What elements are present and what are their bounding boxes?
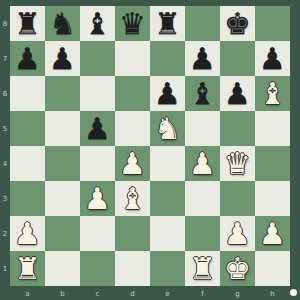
square-a1[interactable]: ♜	[10, 251, 45, 286]
square-d1[interactable]	[115, 251, 150, 286]
square-c5[interactable]: ♟	[80, 111, 115, 146]
file-label-e: e	[150, 287, 185, 300]
white-pawn-g2[interactable]: ♟	[220, 216, 255, 251]
black-pawn-g6[interactable]: ♟	[220, 76, 255, 111]
white-rook-f1[interactable]: ♜	[185, 251, 220, 286]
square-d2[interactable]	[115, 216, 150, 251]
rank-label-8: 8	[0, 6, 10, 41]
chess-board: ♜♞♝♛♜♚♟♟♟♟♟♝♟♝♟♞♟♟♛♟♝♟♟♟♜♜♚	[10, 6, 290, 286]
square-e7[interactable]	[150, 41, 185, 76]
square-h7[interactable]: ♟	[255, 41, 290, 76]
square-f1[interactable]: ♜	[185, 251, 220, 286]
square-g6[interactable]: ♟	[220, 76, 255, 111]
square-e5[interactable]: ♞	[150, 111, 185, 146]
square-d4[interactable]: ♟	[115, 146, 150, 181]
rank-label-6: 6	[0, 76, 10, 111]
square-d5[interactable]	[115, 111, 150, 146]
square-e2[interactable]	[150, 216, 185, 251]
square-a3[interactable]	[10, 181, 45, 216]
square-h6[interactable]: ♝	[255, 76, 290, 111]
square-c8[interactable]: ♝	[80, 6, 115, 41]
turn-indicator-dot	[290, 289, 297, 296]
square-e1[interactable]	[150, 251, 185, 286]
rank-label-3: 3	[0, 181, 10, 216]
square-b6[interactable]	[45, 76, 80, 111]
white-pawn-a2[interactable]: ♟	[10, 216, 45, 251]
square-g5[interactable]	[220, 111, 255, 146]
rank-label-1: 1	[0, 251, 10, 286]
square-d8[interactable]: ♛	[115, 6, 150, 41]
white-pawn-d4[interactable]: ♟	[115, 146, 150, 181]
square-h3[interactable]	[255, 181, 290, 216]
file-label-h: h	[255, 287, 290, 300]
white-knight-e5[interactable]: ♞	[150, 111, 185, 146]
square-c6[interactable]	[80, 76, 115, 111]
square-h8[interactable]	[255, 6, 290, 41]
square-a5[interactable]	[10, 111, 45, 146]
black-rook-a8[interactable]: ♜	[10, 6, 45, 41]
black-rook-e8[interactable]: ♜	[150, 6, 185, 41]
white-queen-g4[interactable]: ♛	[220, 146, 255, 181]
square-f2[interactable]	[185, 216, 220, 251]
square-a2[interactable]: ♟	[10, 216, 45, 251]
square-h1[interactable]	[255, 251, 290, 286]
square-e4[interactable]	[150, 146, 185, 181]
square-f3[interactable]	[185, 181, 220, 216]
file-label-d: d	[115, 287, 150, 300]
black-bishop-f6[interactable]: ♝	[185, 76, 220, 111]
file-label-f: f	[185, 287, 220, 300]
white-bishop-d3[interactable]: ♝	[115, 181, 150, 216]
file-label-g: g	[220, 287, 255, 300]
file-label-c: c	[80, 287, 115, 300]
square-f8[interactable]	[185, 6, 220, 41]
white-bishop-h6[interactable]: ♝	[255, 76, 290, 111]
square-b7[interactable]: ♟	[45, 41, 80, 76]
square-d3[interactable]: ♝	[115, 181, 150, 216]
black-knight-b8[interactable]: ♞	[45, 6, 80, 41]
square-c1[interactable]	[80, 251, 115, 286]
square-a4[interactable]	[10, 146, 45, 181]
white-king-g1[interactable]: ♚	[220, 251, 255, 286]
white-pawn-f4[interactable]: ♟	[185, 146, 220, 181]
square-g1[interactable]: ♚	[220, 251, 255, 286]
black-pawn-a7[interactable]: ♟	[10, 41, 45, 76]
white-pawn-h2[interactable]: ♟	[255, 216, 290, 251]
square-e6[interactable]: ♟	[150, 76, 185, 111]
square-f5[interactable]	[185, 111, 220, 146]
rank-label-4: 4	[0, 146, 10, 181]
square-g8[interactable]: ♚	[220, 6, 255, 41]
square-b5[interactable]	[45, 111, 80, 146]
square-c7[interactable]	[80, 41, 115, 76]
file-label-a: a	[10, 287, 45, 300]
black-pawn-b7[interactable]: ♟	[45, 41, 80, 76]
square-h4[interactable]	[255, 146, 290, 181]
black-pawn-e6[interactable]: ♟	[150, 76, 185, 111]
square-g2[interactable]: ♟	[220, 216, 255, 251]
square-b2[interactable]	[45, 216, 80, 251]
white-rook-a1[interactable]: ♜	[10, 251, 45, 286]
square-h2[interactable]: ♟	[255, 216, 290, 251]
rank-label-5: 5	[0, 111, 10, 146]
black-pawn-h7[interactable]: ♟	[255, 41, 290, 76]
black-bishop-c8[interactable]: ♝	[80, 6, 115, 41]
square-b8[interactable]: ♞	[45, 6, 80, 41]
square-d6[interactable]	[115, 76, 150, 111]
square-g7[interactable]	[220, 41, 255, 76]
square-c3[interactable]: ♟	[80, 181, 115, 216]
square-c4[interactable]	[80, 146, 115, 181]
black-pawn-c5[interactable]: ♟	[80, 111, 115, 146]
square-f6[interactable]: ♝	[185, 76, 220, 111]
square-e8[interactable]: ♜	[150, 6, 185, 41]
rank-label-7: 7	[0, 41, 10, 76]
square-b4[interactable]	[45, 146, 80, 181]
square-c2[interactable]	[80, 216, 115, 251]
square-f4[interactable]: ♟	[185, 146, 220, 181]
chess-board-frame: ♜♞♝♛♜♚♟♟♟♟♟♝♟♝♟♞♟♟♛♟♝♟♟♟♜♜♚ 87654321 abc…	[0, 0, 300, 300]
square-b3[interactable]	[45, 181, 80, 216]
square-g3[interactable]	[220, 181, 255, 216]
rank-label-2: 2	[0, 216, 10, 251]
white-pawn-c3[interactable]: ♟	[80, 181, 115, 216]
square-f7[interactable]: ♟	[185, 41, 220, 76]
square-g4[interactable]: ♛	[220, 146, 255, 181]
square-a6[interactable]	[10, 76, 45, 111]
black-queen-d8[interactable]: ♛	[115, 6, 150, 41]
file-label-b: b	[45, 287, 80, 300]
square-e3[interactable]	[150, 181, 185, 216]
black-pawn-f7[interactable]: ♟	[185, 41, 220, 76]
black-king-g8[interactable]: ♚	[220, 6, 255, 41]
square-b1[interactable]	[45, 251, 80, 286]
square-a8[interactable]: ♜	[10, 6, 45, 41]
square-h5[interactable]	[255, 111, 290, 146]
square-d7[interactable]	[115, 41, 150, 76]
square-a7[interactable]: ♟	[10, 41, 45, 76]
